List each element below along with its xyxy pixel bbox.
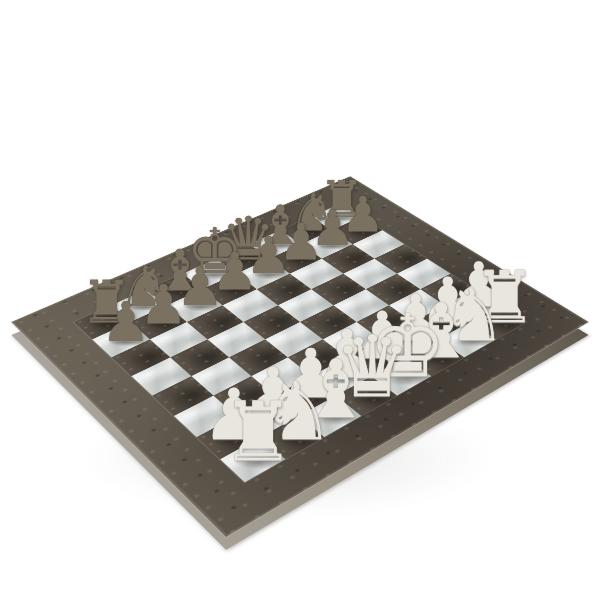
caption: Grey and white marble chess set on a gre… xyxy=(0,0,1,1)
marble-chess-set-photo: Grey and white marble chess set on a gre… xyxy=(0,0,600,600)
